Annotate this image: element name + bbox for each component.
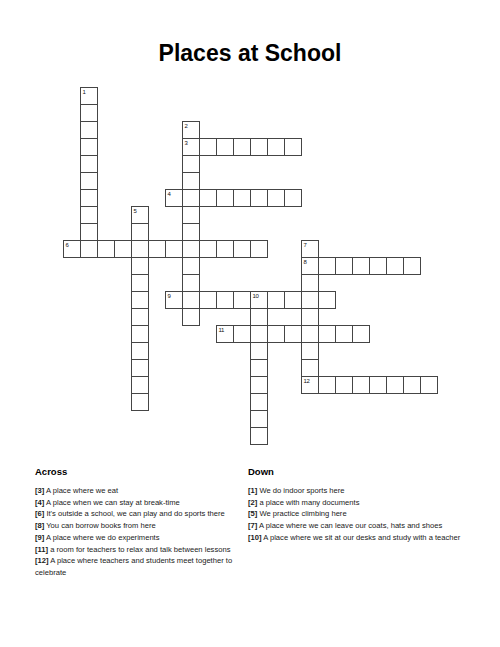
- grid-cell[interactable]: [131, 359, 149, 377]
- grid-cell[interactable]: [80, 206, 98, 224]
- grid-cell[interactable]: [131, 274, 149, 292]
- grid-cell[interactable]: [80, 172, 98, 190]
- down-clue-1: [1] We do indoor sports here: [248, 485, 465, 497]
- grid-cell[interactable]: [131, 308, 149, 326]
- cell-number: 1: [83, 89, 86, 95]
- grid-cell[interactable]: [284, 325, 302, 343]
- grid-cell[interactable]: 7: [301, 240, 319, 258]
- grid-cell[interactable]: [250, 359, 268, 377]
- down-clues-column: Down [1] We do indoor sports here[2] a p…: [248, 466, 465, 579]
- grid-cell[interactable]: [199, 189, 217, 207]
- grid-cell[interactable]: 3: [182, 138, 200, 156]
- grid-cell[interactable]: [369, 376, 387, 394]
- across-clue-9: [9] A place where we do experiments: [35, 532, 248, 544]
- grid-cell[interactable]: [165, 240, 183, 258]
- grid-cell[interactable]: [131, 325, 149, 343]
- grid-cell[interactable]: [352, 376, 370, 394]
- grid-cell[interactable]: [182, 223, 200, 241]
- grid-cell[interactable]: [199, 138, 217, 156]
- grid-cell[interactable]: [182, 257, 200, 275]
- grid-cell[interactable]: 6: [63, 240, 81, 258]
- grid-cell[interactable]: 12: [301, 376, 319, 394]
- grid-cell[interactable]: [233, 138, 251, 156]
- across-clue-8: [8] You can borrow books from here: [35, 520, 248, 532]
- grid-cell[interactable]: [233, 325, 251, 343]
- grid-cell[interactable]: [318, 291, 336, 309]
- grid-cell[interactable]: [301, 342, 319, 360]
- puzzle-title: Places at School: [0, 40, 500, 67]
- grid-cell[interactable]: [131, 376, 149, 394]
- grid-cell[interactable]: [182, 172, 200, 190]
- grid-cell[interactable]: [216, 240, 234, 258]
- grid-cell[interactable]: [250, 240, 268, 258]
- grid-cell[interactable]: [80, 155, 98, 173]
- grid-cell[interactable]: [250, 189, 268, 207]
- grid-cell[interactable]: [335, 376, 353, 394]
- across-clue-list: [3] A place where we eat[4] A place when…: [35, 485, 248, 579]
- grid-cell[interactable]: [386, 257, 404, 275]
- grid-cell[interactable]: [352, 257, 370, 275]
- grid-cell[interactable]: [301, 308, 319, 326]
- grid-cell[interactable]: [199, 291, 217, 309]
- grid-cell[interactable]: [182, 240, 200, 258]
- grid-cell[interactable]: [301, 291, 319, 309]
- grid-cell[interactable]: [403, 257, 421, 275]
- grid-cell[interactable]: [131, 342, 149, 360]
- grid-cell[interactable]: [301, 274, 319, 292]
- across-clues-column: Across [3] A place where we eat[4] A pla…: [35, 466, 248, 579]
- crossword-grid: 123456789101112: [63, 87, 439, 446]
- down-header: Down: [248, 466, 465, 477]
- grid-cell[interactable]: [318, 325, 336, 343]
- grid-cell[interactable]: [403, 376, 421, 394]
- grid-cell[interactable]: [80, 223, 98, 241]
- grid-cell[interactable]: [80, 138, 98, 156]
- down-clue-list: [1] We do indoor sports here[2] a place …: [248, 485, 465, 544]
- across-clue-6: [6] It's outside a school, we can play a…: [35, 508, 248, 520]
- grid-cell[interactable]: [352, 325, 370, 343]
- clues-section: Across [3] A place where we eat[4] A pla…: [35, 466, 465, 579]
- grid-cell[interactable]: [250, 410, 268, 428]
- grid-cell[interactable]: [318, 257, 336, 275]
- grid-cell[interactable]: 1: [80, 87, 98, 105]
- grid-cell[interactable]: [80, 104, 98, 122]
- cell-number: 12: [304, 378, 310, 384]
- cell-number: 3: [185, 140, 188, 146]
- grid-cell[interactable]: [131, 393, 149, 411]
- grid-cell[interactable]: [301, 325, 319, 343]
- grid-cell[interactable]: 5: [131, 206, 149, 224]
- cell-number: 11: [219, 327, 225, 333]
- grid-cell[interactable]: [131, 240, 149, 258]
- across-clue-11: [11] a room for teachers to relax and ta…: [35, 544, 248, 556]
- cell-number: 6: [66, 242, 69, 248]
- grid-cell[interactable]: 11: [216, 325, 234, 343]
- grid-cell[interactable]: [420, 376, 438, 394]
- down-clue-5: [5] We practice climbing here: [248, 508, 465, 520]
- grid-cell[interactable]: [267, 325, 285, 343]
- grid-cell[interactable]: [301, 359, 319, 377]
- across-clue-4: [4] A place when we can stay at break-ti…: [35, 497, 248, 509]
- grid-cell[interactable]: 8: [301, 257, 319, 275]
- grid-cell[interactable]: [182, 206, 200, 224]
- grid-cell[interactable]: [182, 291, 200, 309]
- grid-cell[interactable]: 9: [165, 291, 183, 309]
- grid-cell[interactable]: [233, 189, 251, 207]
- across-clue-3: [3] A place where we eat: [35, 485, 248, 497]
- cell-number: 8: [304, 259, 307, 265]
- cell-number: 7: [304, 242, 307, 248]
- cell-number: 4: [168, 191, 171, 197]
- grid-cell[interactable]: [369, 257, 387, 275]
- grid-cell[interactable]: [267, 291, 285, 309]
- grid-cell[interactable]: [267, 189, 285, 207]
- across-header: Across: [35, 466, 248, 477]
- grid-cell[interactable]: [131, 291, 149, 309]
- grid-cell[interactable]: [216, 291, 234, 309]
- grid-cell[interactable]: [250, 393, 268, 411]
- cell-number: 10: [253, 293, 259, 299]
- grid-cell[interactable]: [131, 257, 149, 275]
- grid-cell[interactable]: [335, 257, 353, 275]
- grid-cell[interactable]: [114, 240, 132, 258]
- grid-cell[interactable]: [250, 308, 268, 326]
- grid-cell[interactable]: [233, 291, 251, 309]
- grid-cell[interactable]: [250, 342, 268, 360]
- grid-cell[interactable]: 4: [165, 189, 183, 207]
- across-clue-12: [12] A place where teachers and students…: [35, 555, 248, 578]
- grid-cell[interactable]: [250, 138, 268, 156]
- grid-cell[interactable]: [284, 138, 302, 156]
- down-clue-10: [10] A place where we sit at our desks a…: [248, 532, 465, 544]
- grid-cell[interactable]: [267, 138, 285, 156]
- down-clue-2: [2] a place with many documents: [248, 497, 465, 509]
- grid-cell[interactable]: [284, 291, 302, 309]
- grid-cell[interactable]: [80, 240, 98, 258]
- grid-cell[interactable]: [233, 240, 251, 258]
- grid-cell[interactable]: 2: [182, 121, 200, 139]
- crossword-page: Places at School 123456789101112 Across …: [0, 0, 500, 647]
- cell-number: 9: [168, 293, 171, 299]
- grid-cell[interactable]: [80, 189, 98, 207]
- grid-cell[interactable]: [386, 376, 404, 394]
- grid-cell[interactable]: [182, 189, 200, 207]
- grid-cell[interactable]: [80, 121, 98, 139]
- grid-cell[interactable]: [250, 325, 268, 343]
- grid-cell[interactable]: [284, 189, 302, 207]
- grid-cell[interactable]: [335, 325, 353, 343]
- grid-cell[interactable]: [97, 240, 115, 258]
- grid-cell[interactable]: [216, 189, 234, 207]
- grid-cell[interactable]: [148, 240, 166, 258]
- down-clue-7: [7] A place where we can leave our coats…: [248, 520, 465, 532]
- grid-cell[interactable]: [182, 155, 200, 173]
- grid-cell[interactable]: [131, 223, 149, 241]
- grid-cell[interactable]: [250, 427, 268, 445]
- grid-cell[interactable]: 10: [250, 291, 268, 309]
- grid-cell[interactable]: [216, 138, 234, 156]
- grid-cell[interactable]: [182, 274, 200, 292]
- grid-cell[interactable]: [182, 308, 200, 326]
- grid-cell[interactable]: [250, 376, 268, 394]
- grid-cell[interactable]: [318, 376, 336, 394]
- cell-number: 2: [185, 123, 188, 129]
- cell-number: 5: [134, 208, 137, 214]
- grid-cell[interactable]: [199, 240, 217, 258]
